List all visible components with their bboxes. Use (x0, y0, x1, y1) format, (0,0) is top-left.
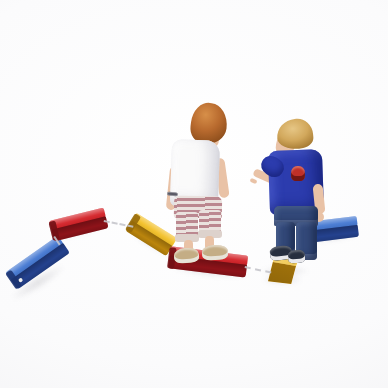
photo-stage (0, 0, 388, 388)
girl-shoe-right (202, 244, 229, 260)
boy-pointing-finger (250, 178, 258, 184)
child-girl (158, 100, 242, 265)
boy-shoe-right (288, 249, 306, 263)
boy-shirt-print (291, 166, 305, 181)
boy-hair (276, 117, 314, 150)
beam-left-red (49, 208, 109, 243)
child-boy (248, 116, 332, 268)
girl-shoe-left (174, 247, 200, 264)
